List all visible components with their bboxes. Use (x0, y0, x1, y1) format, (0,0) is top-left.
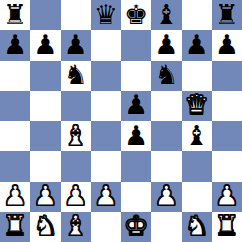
white-pawn-icon[interactable]: ♟ (215, 182, 239, 209)
square-b2[interactable]: ♟ (30, 182, 60, 212)
square-f1[interactable] (151, 212, 181, 242)
black-rook-icon[interactable]: ♜ (215, 1, 239, 28)
square-b7[interactable]: ♟ (30, 30, 60, 60)
black-queen-icon[interactable]: ♛ (94, 1, 118, 28)
square-g5[interactable]: ♛ (182, 91, 212, 121)
square-e6[interactable] (121, 61, 151, 91)
square-d7[interactable] (91, 30, 121, 60)
white-rook-icon[interactable]: ♜ (215, 212, 239, 239)
square-g1[interactable]: ♞ (182, 212, 212, 242)
square-f5[interactable] (151, 91, 181, 121)
square-c1[interactable]: ♝ (61, 212, 91, 242)
square-b5[interactable] (30, 91, 60, 121)
square-c5[interactable] (61, 91, 91, 121)
square-e3[interactable] (121, 151, 151, 181)
square-a5[interactable] (0, 91, 30, 121)
square-e1[interactable]: ♚ (121, 212, 151, 242)
square-d3[interactable] (91, 151, 121, 181)
black-pawn-icon[interactable]: ♟ (124, 122, 148, 149)
white-king-icon[interactable]: ♚ (124, 212, 148, 239)
square-h7[interactable]: ♟ (212, 30, 242, 60)
black-pawn-icon[interactable]: ♟ (215, 31, 239, 58)
square-g2[interactable] (182, 182, 212, 212)
square-h1[interactable]: ♜ (212, 212, 242, 242)
square-a2[interactable]: ♟ (0, 182, 30, 212)
square-e2[interactable] (121, 182, 151, 212)
black-pawn-icon[interactable]: ♟ (185, 31, 209, 58)
white-rook-icon[interactable]: ♜ (3, 212, 27, 239)
square-g3[interactable] (182, 151, 212, 181)
square-b1[interactable]: ♞ (30, 212, 60, 242)
square-d1[interactable] (91, 212, 121, 242)
square-b4[interactable] (30, 121, 60, 151)
square-c4[interactable]: ♝ (61, 121, 91, 151)
white-pawn-icon[interactable]: ♟ (94, 182, 118, 209)
square-a8[interactable]: ♜ (0, 0, 30, 30)
square-f4[interactable] (151, 121, 181, 151)
square-g4[interactable]: ♝ (182, 121, 212, 151)
black-king-icon[interactable]: ♚ (124, 1, 148, 28)
square-f7[interactable]: ♟ (151, 30, 181, 60)
square-g6[interactable] (182, 61, 212, 91)
square-d8[interactable]: ♛ (91, 0, 121, 30)
white-pawn-icon[interactable]: ♟ (3, 182, 27, 209)
square-f3[interactable] (151, 151, 181, 181)
black-knight-icon[interactable]: ♞ (154, 61, 178, 88)
white-pawn-icon[interactable]: ♟ (64, 182, 88, 209)
white-knight-icon[interactable]: ♞ (185, 212, 209, 239)
square-c3[interactable] (61, 151, 91, 181)
square-g7[interactable]: ♟ (182, 30, 212, 60)
white-bishop-icon[interactable]: ♝ (64, 122, 88, 149)
square-f6[interactable]: ♞ (151, 61, 181, 91)
white-pawn-icon[interactable]: ♟ (33, 182, 57, 209)
black-pawn-icon[interactable]: ♟ (33, 31, 57, 58)
white-bishop-icon[interactable]: ♝ (64, 212, 88, 239)
square-h3[interactable] (212, 151, 242, 181)
square-b8[interactable] (30, 0, 60, 30)
chess-board: ♜♛♚♝♜♟♟♟♟♟♟♞♞♟♛♝♟♝♟♟♟♟♟♟♜♞♝♚♞♜ (0, 0, 242, 242)
black-bishop-icon[interactable]: ♝ (185, 122, 209, 149)
square-d5[interactable] (91, 91, 121, 121)
square-a4[interactable] (0, 121, 30, 151)
square-e5[interactable]: ♟ (121, 91, 151, 121)
square-a1[interactable]: ♜ (0, 212, 30, 242)
square-c6[interactable]: ♞ (61, 61, 91, 91)
square-h8[interactable]: ♜ (212, 0, 242, 30)
white-pawn-icon[interactable]: ♟ (154, 182, 178, 209)
square-a3[interactable] (0, 151, 30, 181)
black-pawn-icon[interactable]: ♟ (64, 31, 88, 58)
black-rook-icon[interactable]: ♜ (3, 1, 27, 28)
square-e8[interactable]: ♚ (121, 0, 151, 30)
square-c8[interactable] (61, 0, 91, 30)
white-queen-icon[interactable]: ♛ (185, 91, 209, 118)
square-e4[interactable]: ♟ (121, 121, 151, 151)
black-pawn-icon[interactable]: ♟ (154, 31, 178, 58)
square-e7[interactable] (121, 30, 151, 60)
square-g8[interactable] (182, 0, 212, 30)
square-h2[interactable]: ♟ (212, 182, 242, 212)
black-pawn-icon[interactable]: ♟ (124, 91, 148, 118)
square-a7[interactable]: ♟ (0, 30, 30, 60)
square-b3[interactable] (30, 151, 60, 181)
white-knight-icon[interactable]: ♞ (33, 212, 57, 239)
square-f2[interactable]: ♟ (151, 182, 181, 212)
square-d6[interactable] (91, 61, 121, 91)
square-c7[interactable]: ♟ (61, 30, 91, 60)
square-c2[interactable]: ♟ (61, 182, 91, 212)
black-knight-icon[interactable]: ♞ (64, 61, 88, 88)
square-d4[interactable] (91, 121, 121, 151)
black-pawn-icon[interactable]: ♟ (3, 31, 27, 58)
square-h6[interactable] (212, 61, 242, 91)
square-h5[interactable] (212, 91, 242, 121)
square-d2[interactable]: ♟ (91, 182, 121, 212)
square-a6[interactable] (0, 61, 30, 91)
black-bishop-icon[interactable]: ♝ (154, 1, 178, 28)
square-h4[interactable] (212, 121, 242, 151)
square-b6[interactable] (30, 61, 60, 91)
square-f8[interactable]: ♝ (151, 0, 181, 30)
